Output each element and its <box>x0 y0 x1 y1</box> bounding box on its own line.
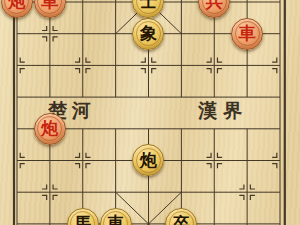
piece-red-chariot-b9[interactable]: 車 <box>34 0 66 18</box>
piece-red-chariot-h8[interactable]: 車 <box>231 18 263 50</box>
piece-black-cannon-e4[interactable]: 炮 <box>132 144 164 176</box>
piece-glyph: 卒 <box>173 215 190 225</box>
piece-glyph: 炮 <box>140 152 157 169</box>
xiangqi-board: 楚河 漢界 炮車士兵象車炮炮馬車卒 <box>0 0 300 225</box>
piece-glyph: 車 <box>239 25 256 42</box>
piece-black-soldier-f2[interactable]: 卒 <box>165 208 197 225</box>
piece-black-chariot-d2[interactable]: 車 <box>100 208 132 225</box>
piece-black-advisor-e9[interactable]: 士 <box>132 0 164 18</box>
piece-glyph: 象 <box>140 25 157 42</box>
piece-glyph: 車 <box>41 0 58 10</box>
piece-glyph: 馬 <box>74 215 91 225</box>
pieces-grid[interactable]: 炮車士兵象車炮炮馬車卒 <box>1 0 297 225</box>
piece-red-soldier-g9[interactable]: 兵 <box>198 0 230 18</box>
piece-glyph: 兵 <box>206 0 223 10</box>
piece-glyph: 炮 <box>41 120 58 137</box>
piece-red-cannon-b5[interactable]: 炮 <box>34 113 66 145</box>
piece-black-elephant-e8[interactable]: 象 <box>132 18 164 50</box>
piece-glyph: 炮 <box>8 0 25 10</box>
piece-red-cannon-a9[interactable]: 炮 <box>1 0 33 18</box>
piece-glyph: 車 <box>107 215 124 225</box>
piece-glyph: 士 <box>140 0 157 10</box>
piece-black-horse-c2[interactable]: 馬 <box>67 208 99 225</box>
